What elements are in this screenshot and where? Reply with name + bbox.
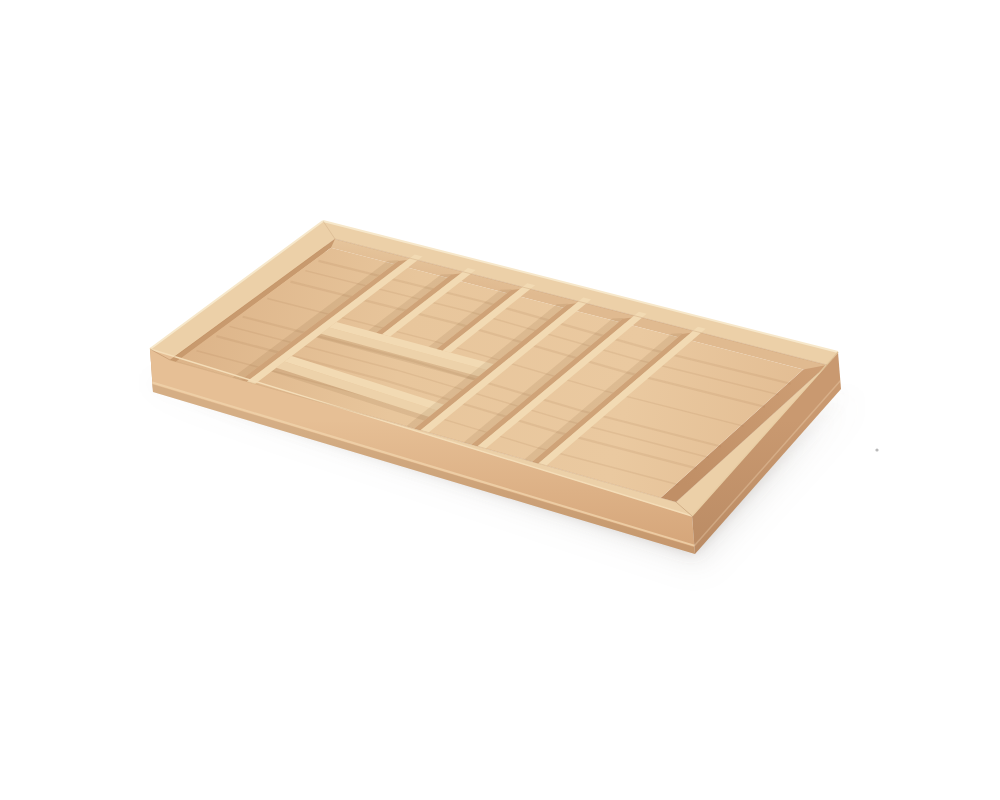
dust-speck	[875, 448, 878, 451]
photo-stage	[0, 0, 1000, 800]
